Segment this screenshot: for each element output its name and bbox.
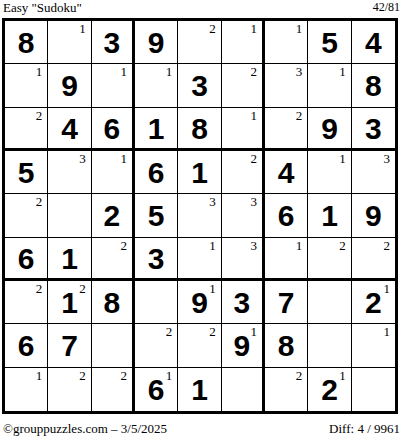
pencil-mark: 2 (166, 324, 173, 339)
cell-r8c5[interactable]: 2 (178, 324, 221, 367)
cell-r1c5[interactable]: 2 (178, 21, 221, 64)
cell-r9c7[interactable]: 2 (265, 368, 308, 411)
cell-r4c1[interactable]: 5 (5, 151, 48, 194)
given-digit: 9 (148, 26, 165, 58)
pencil-mark: 1 (79, 21, 86, 36)
given-digit: 2 (321, 373, 338, 405)
pencil-mark: 1 (120, 64, 127, 79)
cell-r9c8[interactable]: 21 (308, 368, 351, 411)
pencil-mark: 1 (383, 281, 390, 296)
cell-r5c3[interactable]: 2 (92, 194, 135, 237)
cell-r7c3[interactable]: 8 (92, 281, 135, 324)
pencil-mark: 1 (36, 64, 43, 79)
given-digit: 8 (18, 26, 35, 58)
given-digit: 8 (191, 112, 208, 144)
cell-r9c1[interactable]: 1 (5, 368, 48, 411)
given-digit: 5 (148, 199, 165, 231)
cell-r4c2[interactable]: 3 (48, 151, 91, 194)
cell-r8c7[interactable]: 8 (265, 324, 308, 367)
pencil-mark: 2 (383, 238, 390, 253)
pencil-mark: 1 (250, 108, 257, 123)
given-digit: 7 (278, 286, 295, 318)
cell-r4c6[interactable]: 2 (222, 151, 265, 194)
cell-r3c1[interactable]: 2 (5, 108, 48, 151)
pencil-mark: 2 (79, 281, 86, 296)
cell-r1c3[interactable]: 3 (92, 21, 135, 64)
given-digit: 6 (103, 112, 120, 144)
given-digit: 9 (191, 286, 208, 318)
cell-r6c7[interactable]: 1 (265, 238, 308, 281)
given-digit: 9 (365, 199, 382, 231)
pencil-mark: 2 (339, 238, 346, 253)
given-digit: 9 (321, 112, 338, 144)
page-header: Easy "Sudoku" 42/81 (3, 0, 400, 17)
cell-r2c6[interactable]: 2 (222, 64, 265, 107)
copyright-date: ©grouppuzzles.com – 3/5/2025 (3, 421, 167, 436)
pencil-mark: 2 (120, 368, 127, 383)
pencil-mark: 1 (296, 21, 303, 36)
cell-r3c7[interactable]: 2 (265, 108, 308, 151)
pencil-mark: 1 (383, 324, 390, 339)
cell-r5c6[interactable]: 3 (222, 194, 265, 237)
pencil-mark: 2 (36, 108, 43, 123)
cell-r3c9[interactable]: 3 (352, 108, 395, 151)
cell-r1c2[interactable]: 1 (48, 21, 91, 64)
given-digit: 3 (233, 286, 250, 318)
cell-r6c5[interactable]: 1 (178, 238, 221, 281)
cell-r9c9[interactable] (352, 368, 395, 411)
cell-r3c4[interactable]: 1 (135, 108, 178, 151)
cell-r3c2[interactable]: 4 (48, 108, 91, 151)
pencil-mark: 3 (250, 194, 257, 209)
cell-r1c8[interactable]: 5 (308, 21, 351, 64)
pencil-mark: 2 (296, 108, 303, 123)
given-digit: 1 (321, 199, 338, 231)
given-digit: 6 (18, 242, 35, 274)
given-digit: 8 (278, 329, 295, 361)
cell-r3c6[interactable]: 1 (222, 108, 265, 151)
cell-r4c4[interactable]: 6 (135, 151, 178, 194)
pencil-mark: 2 (120, 238, 127, 253)
cell-r1c9[interactable]: 4 (352, 21, 395, 64)
cell-r6c9[interactable]: 2 (352, 238, 395, 281)
cell-r2c3[interactable]: 1 (92, 64, 135, 107)
cell-r1c4[interactable]: 9 (135, 21, 178, 64)
cell-r4c7[interactable]: 4 (265, 151, 308, 194)
cell-r7c6[interactable]: 3 (222, 281, 265, 324)
cell-r9c6[interactable] (222, 368, 265, 411)
given-digit: 8 (103, 286, 120, 318)
cell-r8c9[interactable]: 1 (352, 324, 395, 367)
cell-r3c8[interactable]: 9 (308, 108, 351, 151)
pencil-mark: 3 (79, 151, 86, 166)
sudoku-board: 8139211541911323182461812935316124132253… (2, 18, 398, 414)
given-digit: 3 (148, 242, 165, 274)
given-digit: 9 (61, 69, 78, 101)
pencil-mark: 1 (339, 151, 346, 166)
pencil-mark: 1 (339, 368, 346, 383)
cell-r7c8[interactable] (308, 281, 351, 324)
cell-r9c4[interactable]: 61 (135, 368, 178, 411)
cell-r3c5[interactable]: 8 (178, 108, 221, 151)
pencil-mark: 1 (209, 238, 216, 253)
given-digit: 4 (278, 156, 295, 188)
pencil-mark: 2 (36, 194, 43, 209)
pencil-mark: 1 (120, 151, 127, 166)
cell-r2c5[interactable]: 3 (178, 64, 221, 107)
given-digit: 6 (278, 199, 295, 231)
pencil-mark: 2 (36, 281, 43, 296)
cell-r2c7[interactable]: 3 (265, 64, 308, 107)
given-digit: 5 (321, 26, 338, 58)
given-digit: 6 (148, 156, 165, 188)
cell-r5c1[interactable]: 2 (5, 194, 48, 237)
given-digit: 8 (365, 69, 382, 101)
pencil-mark: 1 (166, 64, 173, 79)
given-digit: 3 (103, 26, 120, 58)
cell-r6c4[interactable]: 3 (135, 238, 178, 281)
given-digit: 1 (148, 112, 165, 144)
cell-r2c1[interactable]: 1 (5, 64, 48, 107)
given-digit: 2 (103, 199, 120, 231)
cell-r5c2[interactable] (48, 194, 91, 237)
given-digit: 3 (365, 112, 382, 144)
cell-r1c7[interactable]: 1 (265, 21, 308, 64)
given-digit: 1 (191, 373, 208, 405)
cell-r8c2[interactable]: 7 (48, 324, 91, 367)
page-title: Easy "Sudoku" (3, 0, 82, 15)
cell-r4c9[interactable]: 3 (352, 151, 395, 194)
cell-r6c2[interactable]: 1 (48, 238, 91, 281)
cell-r8c8[interactable] (308, 324, 351, 367)
cell-r9c5[interactable]: 1 (178, 368, 221, 411)
pencil-mark: 2 (79, 368, 86, 383)
cell-r5c8[interactable]: 1 (308, 194, 351, 237)
pencil-mark: 2 (296, 368, 303, 383)
page-footer: ©grouppuzzles.com – 3/5/2025 Diff: 4 / 9… (3, 419, 400, 436)
cell-r2c9[interactable]: 8 (352, 64, 395, 107)
cell-r6c3[interactable]: 2 (92, 238, 135, 281)
cell-r7c4[interactable] (135, 281, 178, 324)
cell-r8c1[interactable]: 6 (5, 324, 48, 367)
cell-r2c8[interactable]: 1 (308, 64, 351, 107)
given-digit: 2 (365, 286, 382, 318)
pencil-mark: 3 (209, 194, 216, 209)
cell-r5c9[interactable]: 9 (352, 194, 395, 237)
given-digit: 6 (18, 329, 35, 361)
pencil-mark: 3 (383, 151, 390, 166)
cell-r6c8[interactable]: 2 (308, 238, 351, 281)
given-digit: 1 (61, 286, 78, 318)
cell-r7c2[interactable]: 12 (48, 281, 91, 324)
given-digit: 6 (148, 373, 165, 405)
pencil-mark: 1 (339, 64, 346, 79)
cell-r2c4[interactable]: 1 (135, 64, 178, 107)
cell-r9c3[interactable]: 2 (92, 368, 135, 411)
cell-r3c3[interactable]: 6 (92, 108, 135, 151)
pencil-mark: 2 (209, 21, 216, 36)
cell-r4c8[interactable]: 1 (308, 151, 351, 194)
cell-r1c1[interactable]: 8 (5, 21, 48, 64)
cell-r7c1[interactable]: 2 (5, 281, 48, 324)
pencil-mark: 3 (296, 64, 303, 79)
pencil-mark: 1 (36, 368, 43, 383)
pencil-mark: 1 (250, 324, 257, 339)
given-digit: 7 (61, 329, 78, 361)
cell-r7c7[interactable]: 7 (265, 281, 308, 324)
pencil-mark: 1 (250, 21, 257, 36)
given-digit: 4 (365, 26, 382, 58)
cell-r5c5[interactable]: 3 (178, 194, 221, 237)
cell-r5c4[interactable]: 5 (135, 194, 178, 237)
pencil-mark: 3 (250, 238, 257, 253)
cell-r7c5[interactable]: 91 (178, 281, 221, 324)
cell-r8c4[interactable]: 2 (135, 324, 178, 367)
given-digit: 3 (191, 69, 208, 101)
pencil-mark: 1 (166, 368, 173, 383)
cell-r6c1[interactable]: 6 (5, 238, 48, 281)
given-digit: 1 (191, 156, 208, 188)
given-digit: 5 (18, 156, 35, 188)
pencil-mark: 2 (250, 64, 257, 79)
cell-counter: 42/81 (373, 0, 400, 15)
pencil-mark: 1 (209, 281, 216, 296)
cell-r5c7[interactable]: 6 (265, 194, 308, 237)
pencil-mark: 2 (250, 151, 257, 166)
pencil-mark: 2 (209, 324, 216, 339)
cell-r9c2[interactable]: 2 (48, 368, 91, 411)
cell-r2c2[interactable]: 9 (48, 64, 91, 107)
cell-r7c9[interactable]: 21 (352, 281, 395, 324)
cell-r8c3[interactable] (92, 324, 135, 367)
cell-r6c6[interactable]: 3 (222, 238, 265, 281)
cell-r8c6[interactable]: 91 (222, 324, 265, 367)
pencil-mark: 1 (296, 238, 303, 253)
difficulty-label: Diff: 4 / 9961 (329, 421, 400, 436)
given-digit: 9 (233, 329, 250, 361)
given-digit: 1 (61, 242, 78, 274)
cell-r4c5[interactable]: 1 (178, 151, 221, 194)
cell-r1c6[interactable]: 1 (222, 21, 265, 64)
cell-r4c3[interactable]: 1 (92, 151, 135, 194)
given-digit: 4 (61, 112, 78, 144)
